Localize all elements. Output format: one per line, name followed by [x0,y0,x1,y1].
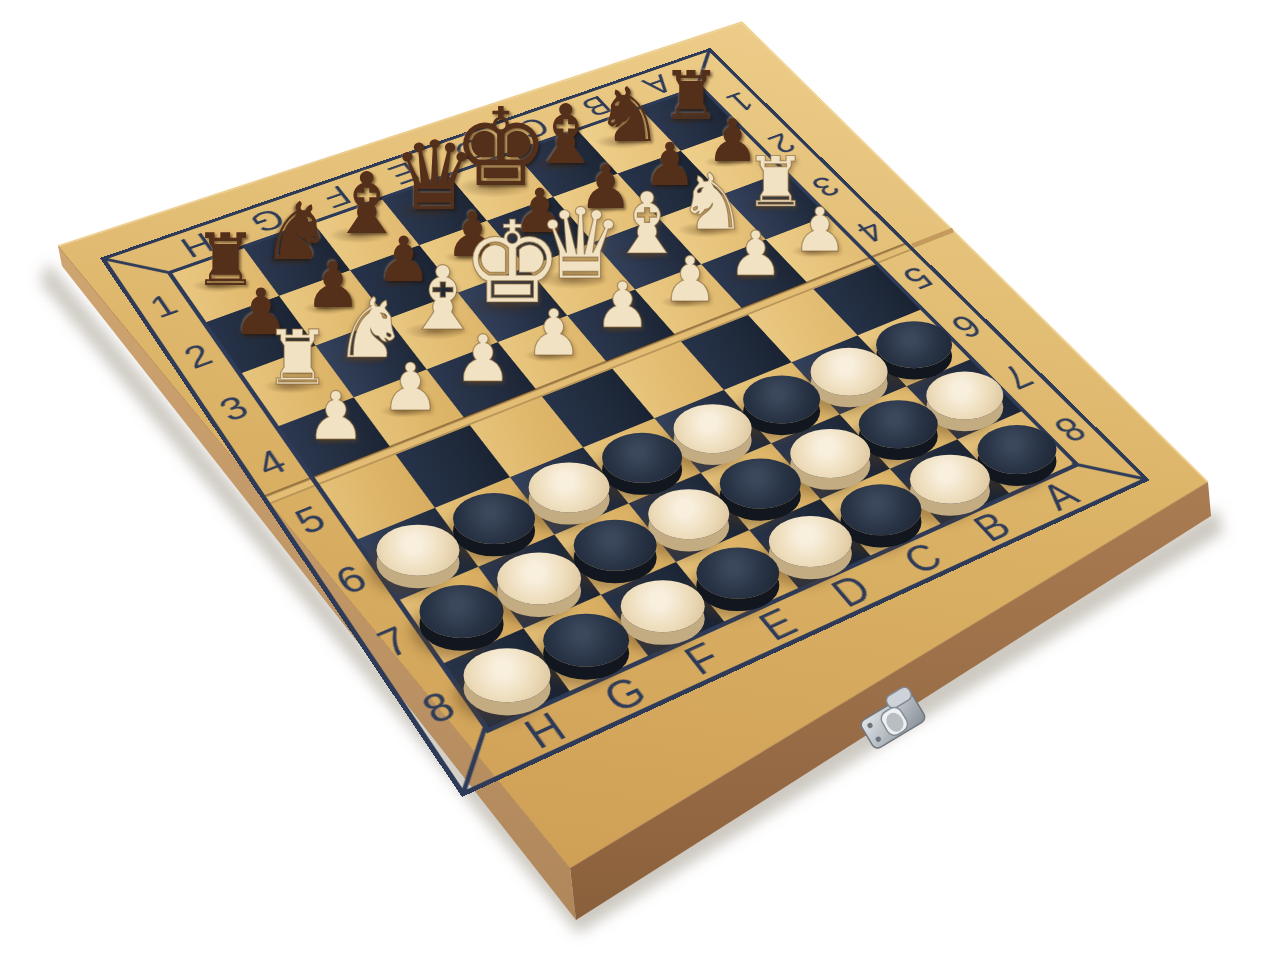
rank-label-right-mirrored: 1 [721,88,759,115]
rank-label-right-mirrored: 7 [994,359,1039,393]
file-label-bottom: G [597,671,654,719]
file-label-top-mirrored: G [245,204,291,237]
file-label-top-mirrored: A [637,70,678,98]
file-label-top-mirrored: E [383,158,424,188]
file-label-top-mirrored: C [512,113,555,143]
rank-label-left: 4 [251,445,293,482]
rank-label-left: 5 [289,501,332,540]
board-photo: HHGGFFEEDDCCBBAA1122334455667788 ♜♞♝♛♚♝♞… [0,0,1280,961]
file-label-bottom: H [518,707,573,756]
rank-label-left: 1 [145,290,183,323]
rank-label-right-mirrored: 8 [1046,411,1092,447]
rank-label-left: 8 [416,686,463,731]
rank-label-right-mirrored: 4 [849,216,890,246]
file-label-bottom: E [752,603,804,647]
rank-label-right-mirrored: 3 [805,171,845,200]
rank-label-right-mirrored: 5 [896,262,939,294]
rank-label-right-mirrored: 6 [944,309,988,342]
file-label-top-mirrored: F [316,181,356,211]
file-label-bottom: D [825,570,879,614]
rank-label-left: 2 [179,340,218,374]
file-label-bottom: C [896,538,950,581]
file-label-bottom: B [967,507,1019,548]
rank-label-left: 6 [330,560,374,601]
rank-label-left: 3 [214,391,255,427]
file-label-top-mirrored: H [175,228,219,261]
file-label-top-mirrored: D [448,135,491,165]
rank-label-left: 7 [372,622,418,665]
file-label-bottom: A [1035,477,1086,517]
file-label-top-mirrored: B [576,92,617,120]
file-label-bottom: F [678,638,728,682]
rank-label-right-mirrored: 2 [762,129,801,157]
